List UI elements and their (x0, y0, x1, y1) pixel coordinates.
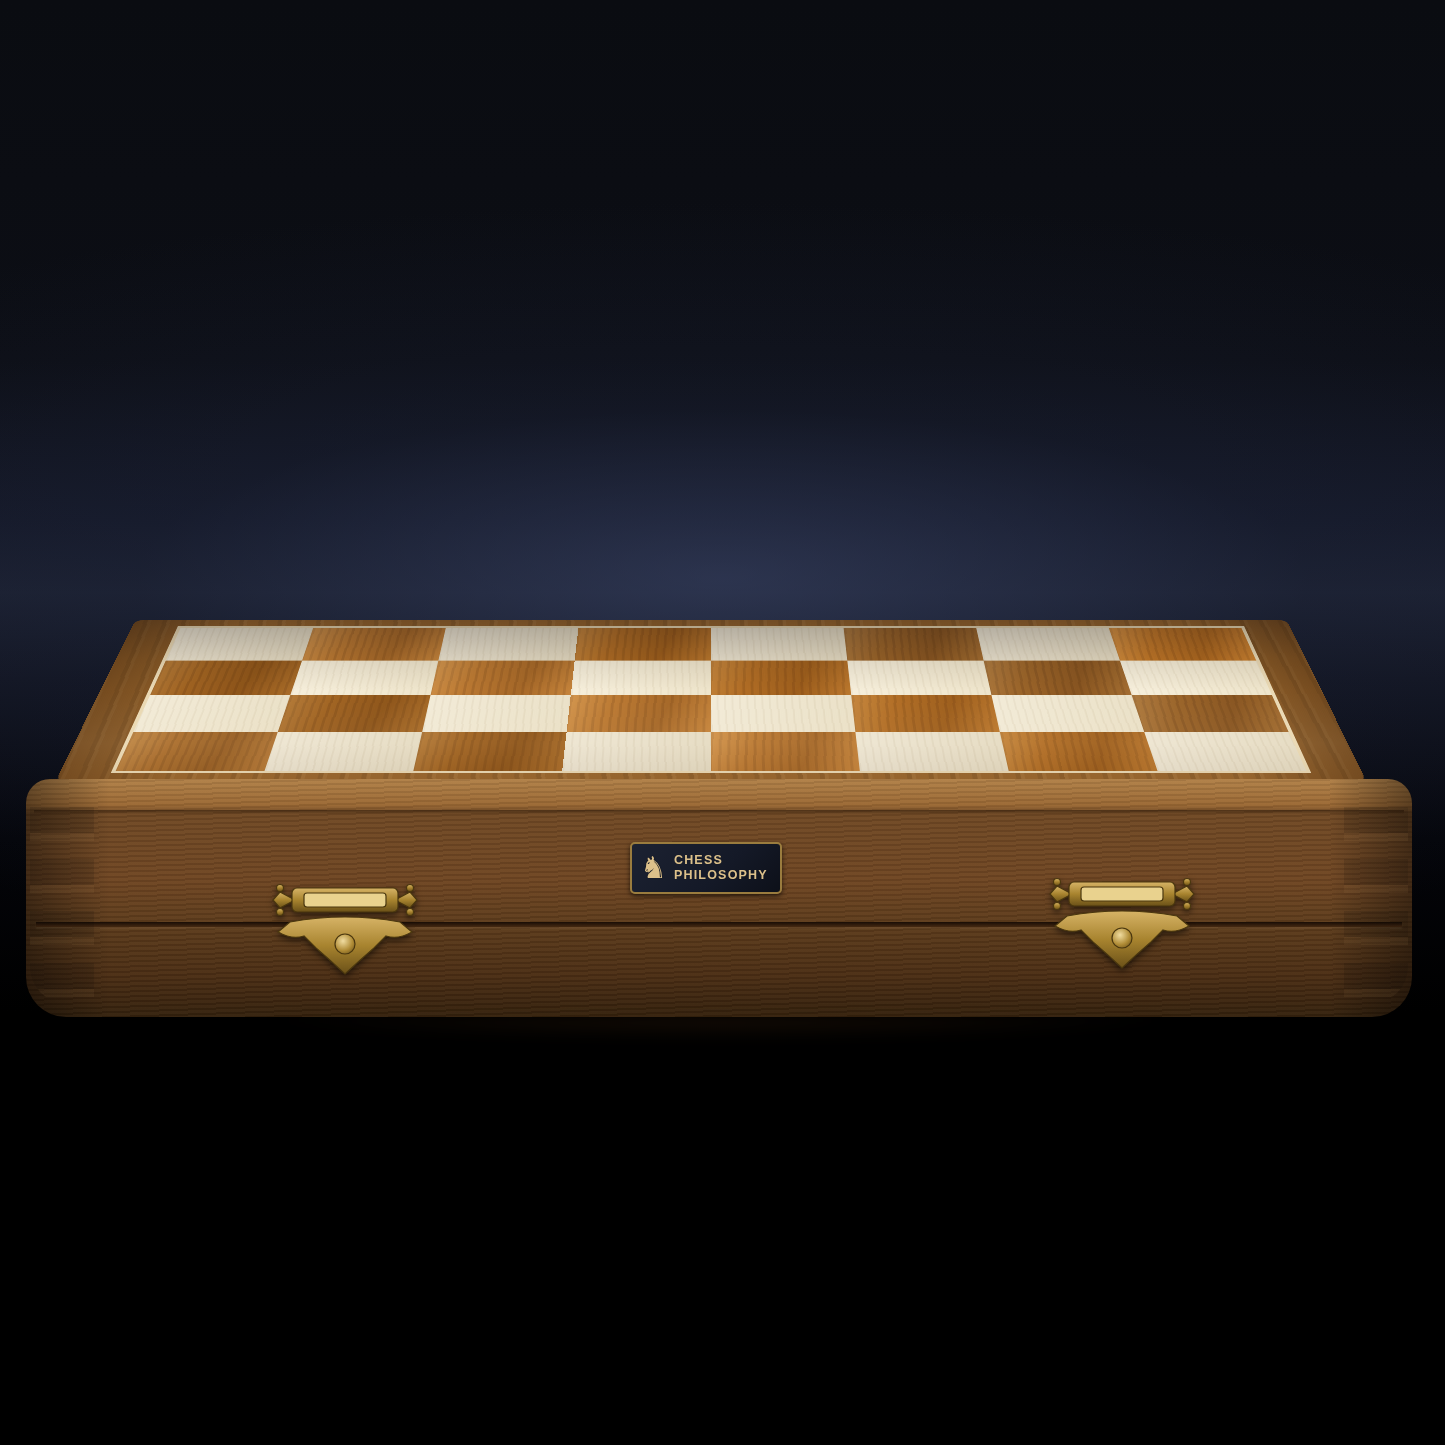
board-square (976, 628, 1120, 661)
knight-logo-icon: ♞ (640, 853, 667, 883)
photo-background: ♞ CHESS PHILOSOPHY (0, 0, 1445, 1445)
floor-reflection (140, 1016, 1300, 1068)
board-square (116, 732, 278, 771)
board-lid (51, 620, 1371, 790)
brass-clasp-icon (270, 866, 420, 996)
board-square (711, 628, 847, 661)
board-square (562, 732, 711, 771)
board-square (1109, 628, 1256, 661)
lid-seam (36, 922, 1402, 927)
board-square (133, 695, 290, 732)
board-square (1120, 661, 1272, 696)
board-square (290, 661, 438, 696)
board-square (302, 628, 446, 661)
board-field (111, 626, 1311, 773)
board-square (438, 628, 578, 661)
board-square (265, 732, 423, 771)
board-square (431, 661, 575, 696)
board-square (567, 695, 711, 732)
board-square (711, 661, 851, 696)
board-square (150, 661, 302, 696)
box-front-face (26, 779, 1412, 1017)
board-square (278, 695, 431, 732)
board-square (851, 695, 1000, 732)
dovetail-joint-right (1344, 807, 1408, 1003)
left-latch (270, 866, 420, 1000)
board-square (166, 628, 313, 661)
board-square (1144, 732, 1306, 771)
board-square (984, 661, 1132, 696)
board-square (847, 661, 991, 696)
board-square (575, 628, 711, 661)
board-square (571, 661, 711, 696)
board-square (991, 695, 1144, 732)
board-square (844, 628, 984, 661)
brand-plaque: ♞ CHESS PHILOSOPHY (630, 842, 782, 894)
brass-clasp-icon (1047, 860, 1197, 990)
board-square (711, 732, 860, 771)
board-square (413, 732, 566, 771)
board-square (422, 695, 571, 732)
dovetail-joint-left (30, 807, 94, 1003)
board-square (711, 695, 855, 732)
brand-line2: PHILOSOPHY (674, 868, 768, 883)
right-latch (1047, 860, 1197, 994)
brand-line1: CHESS (674, 853, 768, 868)
lid-bevel-shadow (34, 810, 1404, 814)
board-square (855, 732, 1008, 771)
brand-name: CHESS PHILOSOPHY (674, 853, 768, 883)
board-square (1000, 732, 1158, 771)
board-square (1132, 695, 1289, 732)
